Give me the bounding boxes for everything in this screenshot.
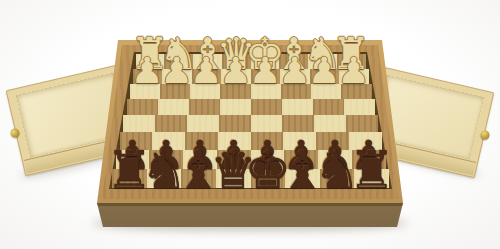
board-square[interactable] <box>158 99 189 115</box>
board-square[interactable] <box>123 115 155 132</box>
piece-white-pawn[interactable]: ♟ <box>190 53 222 89</box>
piece-white-pawn[interactable]: ♟ <box>279 53 311 89</box>
piece-white-pawn[interactable]: ♟ <box>308 53 340 89</box>
piece-white-pawn[interactable]: ♟ <box>249 53 281 89</box>
product-photo-stage: ♜♞♝♛♚♝♞♜♟♟♟♟♟♟♟♟♟♟♟♟♟♟♟♟♜♞♝♛♚♝♞♜ <box>0 0 500 249</box>
piece-white-pawn[interactable]: ♟ <box>220 53 252 89</box>
board-rank-row <box>123 115 378 132</box>
piece-white-pawn[interactable]: ♟ <box>131 53 163 89</box>
piece-white-pawn[interactable]: ♟ <box>338 53 370 89</box>
board-square[interactable] <box>282 115 314 132</box>
board-square[interactable] <box>155 115 187 132</box>
board-square[interactable] <box>314 115 346 132</box>
board-rank-row <box>127 99 375 115</box>
board-square[interactable] <box>282 99 313 115</box>
board-square[interactable] <box>344 99 375 115</box>
piece-white-pawn[interactable]: ♟ <box>161 53 193 89</box>
board-square[interactable] <box>189 99 220 115</box>
board-square[interactable] <box>187 115 219 132</box>
right-drawer-knob[interactable] <box>480 129 491 140</box>
board-square[interactable] <box>313 99 344 115</box>
board-square[interactable] <box>251 115 283 132</box>
board-square[interactable] <box>127 99 158 115</box>
piece-black-rook[interactable]: ♜ <box>348 144 395 196</box>
board-square[interactable] <box>219 115 251 132</box>
board-square[interactable] <box>220 99 251 115</box>
board-square[interactable] <box>346 115 378 132</box>
board-square[interactable] <box>251 99 282 115</box>
